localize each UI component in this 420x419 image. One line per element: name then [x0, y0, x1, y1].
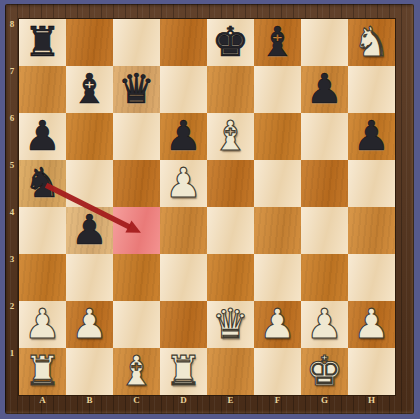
file-label-h: H [348, 395, 395, 414]
square-e8[interactable]: ♚ [207, 19, 254, 66]
square-h3[interactable] [348, 254, 395, 301]
square-d1[interactable]: ♜ [160, 348, 207, 395]
square-e2[interactable]: ♛ [207, 301, 254, 348]
square-a6[interactable]: ♟ [19, 113, 66, 160]
square-c6[interactable] [113, 113, 160, 160]
square-a3[interactable] [19, 254, 66, 301]
square-e1[interactable] [207, 348, 254, 395]
square-h6[interactable]: ♟ [348, 113, 395, 160]
piece-black-queen[interactable]: ♛ [113, 66, 160, 113]
square-f7[interactable] [254, 66, 301, 113]
file-label-d: D [160, 395, 207, 414]
rank-label-3: 3 [5, 254, 19, 301]
square-d5[interactable]: ♟ [160, 160, 207, 207]
square-b2[interactable]: ♟ [66, 301, 113, 348]
square-e4[interactable] [207, 207, 254, 254]
piece-white-bishop[interactable]: ♝ [207, 113, 254, 160]
piece-white-pawn[interactable]: ♟ [254, 301, 301, 348]
piece-white-pawn[interactable]: ♟ [348, 301, 395, 348]
piece-black-bishop[interactable]: ♝ [254, 19, 301, 66]
square-c4[interactable] [113, 207, 160, 254]
rank-label-7: 7 [5, 66, 19, 113]
piece-black-pawn[interactable]: ♟ [160, 113, 207, 160]
square-h7[interactable] [348, 66, 395, 113]
square-g3[interactable] [301, 254, 348, 301]
piece-white-pawn[interactable]: ♟ [19, 301, 66, 348]
square-d4[interactable] [160, 207, 207, 254]
square-h2[interactable]: ♟ [348, 301, 395, 348]
square-b5[interactable] [66, 160, 113, 207]
rank-label-1: 1 [5, 348, 19, 395]
square-a2[interactable]: ♟ [19, 301, 66, 348]
rank-label-5: 5 [5, 160, 19, 207]
rank-label-6: 6 [5, 113, 19, 160]
square-b4[interactable]: ♟ [66, 207, 113, 254]
square-g5[interactable] [301, 160, 348, 207]
square-g2[interactable]: ♟ [301, 301, 348, 348]
square-h4[interactable] [348, 207, 395, 254]
square-f1[interactable] [254, 348, 301, 395]
file-label-a: A [19, 395, 66, 414]
square-c3[interactable] [113, 254, 160, 301]
square-f4[interactable] [254, 207, 301, 254]
piece-black-pawn[interactable]: ♟ [19, 113, 66, 160]
square-b8[interactable] [66, 19, 113, 66]
file-label-b: B [66, 395, 113, 414]
square-g8[interactable] [301, 19, 348, 66]
piece-white-knight[interactable]: ♞ [348, 19, 395, 66]
square-d8[interactable] [160, 19, 207, 66]
square-h8[interactable]: ♞ [348, 19, 395, 66]
file-label-f: F [254, 395, 301, 414]
file-label-c: C [113, 395, 160, 414]
square-e7[interactable] [207, 66, 254, 113]
piece-white-queen[interactable]: ♛ [207, 301, 254, 348]
square-g1[interactable]: ♚ [301, 348, 348, 395]
piece-black-knight[interactable]: ♞ [19, 160, 66, 207]
piece-white-rook[interactable]: ♜ [19, 348, 66, 395]
square-e6[interactable]: ♝ [207, 113, 254, 160]
square-f6[interactable] [254, 113, 301, 160]
square-f3[interactable] [254, 254, 301, 301]
square-h5[interactable] [348, 160, 395, 207]
square-h1[interactable] [348, 348, 395, 395]
piece-white-pawn[interactable]: ♟ [66, 301, 113, 348]
square-g6[interactable] [301, 113, 348, 160]
square-e3[interactable] [207, 254, 254, 301]
chess-app-canvas: ♜♚♝♞♝♛♟♟♟♝♟♞♟♟♟♟♛♟♟♟♜♝♜♚ 87654321ABCDEFG… [0, 0, 420, 419]
square-c2[interactable] [113, 301, 160, 348]
piece-white-pawn[interactable]: ♟ [160, 160, 207, 207]
square-f2[interactable]: ♟ [254, 301, 301, 348]
square-c7[interactable]: ♛ [113, 66, 160, 113]
square-e5[interactable] [207, 160, 254, 207]
file-label-e: E [207, 395, 254, 414]
rank-label-2: 2 [5, 301, 19, 348]
square-f5[interactable] [254, 160, 301, 207]
square-g4[interactable] [301, 207, 348, 254]
piece-black-pawn[interactable]: ♟ [348, 113, 395, 160]
piece-black-king[interactable]: ♚ [207, 19, 254, 66]
square-f8[interactable]: ♝ [254, 19, 301, 66]
piece-black-rook[interactable]: ♜ [19, 19, 66, 66]
piece-white-pawn[interactable]: ♟ [301, 301, 348, 348]
piece-black-pawn[interactable]: ♟ [301, 66, 348, 113]
rank-label-8: 8 [5, 19, 19, 66]
square-c8[interactable] [113, 19, 160, 66]
square-a1[interactable]: ♜ [19, 348, 66, 395]
square-c1[interactable]: ♝ [113, 348, 160, 395]
square-c5[interactable] [113, 160, 160, 207]
rank-label-4: 4 [5, 207, 19, 254]
square-d3[interactable] [160, 254, 207, 301]
square-b3[interactable] [66, 254, 113, 301]
square-b6[interactable] [66, 113, 113, 160]
square-d2[interactable] [160, 301, 207, 348]
square-a7[interactable] [19, 66, 66, 113]
piece-black-bishop[interactable]: ♝ [66, 66, 113, 113]
piece-white-bishop[interactable]: ♝ [113, 348, 160, 395]
square-d6[interactable]: ♟ [160, 113, 207, 160]
square-a5[interactable]: ♞ [19, 160, 66, 207]
square-a8[interactable]: ♜ [19, 19, 66, 66]
square-g7[interactable]: ♟ [301, 66, 348, 113]
square-b7[interactable]: ♝ [66, 66, 113, 113]
chess-board: ♜♚♝♞♝♛♟♟♟♝♟♞♟♟♟♟♛♟♟♟♜♝♜♚ [19, 19, 395, 395]
square-b1[interactable] [66, 348, 113, 395]
square-d7[interactable] [160, 66, 207, 113]
piece-white-king[interactable]: ♚ [301, 348, 348, 395]
square-a4[interactable] [19, 207, 66, 254]
piece-white-rook[interactable]: ♜ [160, 348, 207, 395]
file-label-g: G [301, 395, 348, 414]
piece-black-pawn[interactable]: ♟ [66, 207, 113, 254]
